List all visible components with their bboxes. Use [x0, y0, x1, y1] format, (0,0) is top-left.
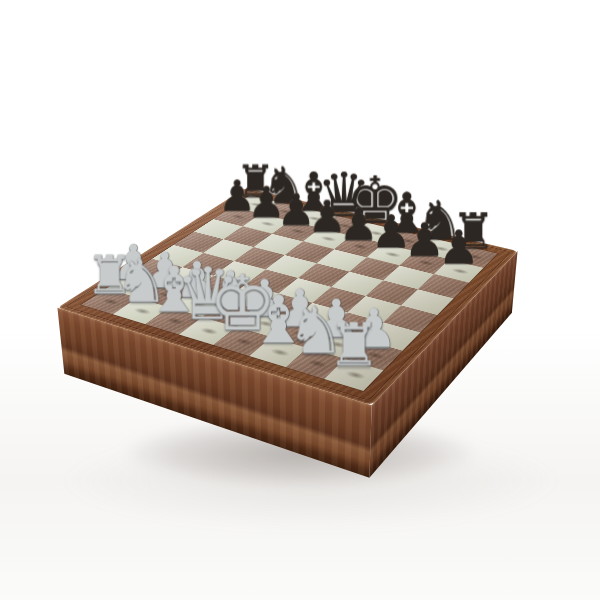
- black-pawn-glyph: ♟: [438, 224, 480, 270]
- product-photo-scene: ♜♞♝♛♚♝♞♜♟♟♟♟♟♟♟♟♟♟♟♟♟♟♟♟♜♞♝♛♚♝♞♜: [0, 0, 600, 600]
- chess-box: ♜♞♝♛♚♝♞♜♟♟♟♟♟♟♟♟♟♟♟♟♟♟♟♟♜♞♝♛♚♝♞♜: [57, 188, 517, 405]
- perspective-stage: ♜♞♝♛♚♝♞♜♟♟♟♟♟♟♟♟♟♟♟♟♟♟♟♟♜♞♝♛♚♝♞♜: [0, 0, 600, 600]
- white-rook-glyph: ♜: [328, 316, 381, 375]
